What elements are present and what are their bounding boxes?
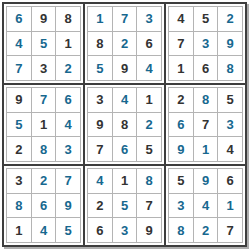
cell-r7c4[interactable]: 4 [88,169,112,193]
cell-r5c7[interactable]: 6 [169,113,193,137]
cell-r9c3[interactable]: 5 [56,218,80,242]
cell-r2c6[interactable]: 6 [137,32,161,56]
cell-r6c6[interactable]: 5 [137,137,161,161]
cell-r1c1[interactable]: 6 [7,7,31,31]
cell-r5c8[interactable]: 7 [194,113,218,137]
cell-r6c9[interactable]: 4 [218,137,242,161]
cell-r8c6[interactable]: 7 [137,194,161,218]
cell-r5c2[interactable]: 1 [32,113,56,137]
box-grid: 452739168 [168,6,243,81]
cell-r6c7[interactable]: 9 [169,137,193,161]
cell-r7c8[interactable]: 9 [194,169,218,193]
cell-r1c3[interactable]: 8 [56,7,80,31]
cell-r7c1[interactable]: 3 [7,169,31,193]
cell-r4c4[interactable]: 3 [88,88,112,112]
cell-r1c5[interactable]: 7 [113,7,137,31]
cell-r2c4[interactable]: 8 [88,32,112,56]
cell-r5c9[interactable]: 3 [218,113,242,137]
cell-r2c2[interactable]: 5 [32,32,56,56]
cell-r8c7[interactable]: 3 [169,194,193,218]
cell-r7c2[interactable]: 2 [32,169,56,193]
cell-r8c1[interactable]: 8 [7,194,31,218]
cell-r9c7[interactable]: 8 [169,218,193,242]
cell-r8c5[interactable]: 5 [113,194,137,218]
cell-r3c2[interactable]: 3 [32,56,56,80]
cell-r1c6[interactable]: 3 [137,7,161,31]
cell-r7c7[interactable]: 5 [169,169,193,193]
box-5: 341982765 [84,84,165,165]
box-grid: 285673914 [168,87,243,162]
cell-r3c8[interactable]: 6 [194,56,218,80]
box-grid: 698451732 [6,6,81,81]
cell-r2c8[interactable]: 3 [194,32,218,56]
cell-r5c5[interactable]: 8 [113,113,137,137]
box-6: 285673914 [165,84,246,165]
cell-r3c9[interactable]: 8 [218,56,242,80]
box-4: 976514283 [3,84,84,165]
cell-r2c3[interactable]: 1 [56,32,80,56]
cell-r1c8[interactable]: 5 [194,7,218,31]
cell-r7c5[interactable]: 1 [113,169,137,193]
box-grid: 173826594 [87,6,162,81]
cell-r6c1[interactable]: 2 [7,137,31,161]
box-grid: 976514283 [6,87,81,162]
cell-r9c5[interactable]: 3 [113,218,137,242]
cell-r9c1[interactable]: 1 [7,218,31,242]
cell-r5c1[interactable]: 5 [7,113,31,137]
cell-r6c3[interactable]: 3 [56,137,80,161]
cell-r4c3[interactable]: 6 [56,88,80,112]
cell-r2c5[interactable]: 2 [113,32,137,56]
cell-r4c2[interactable]: 7 [32,88,56,112]
cell-r4c6[interactable]: 1 [137,88,161,112]
cell-r5c4[interactable]: 9 [88,113,112,137]
box-grid: 327869145 [6,168,81,243]
cell-r6c4[interactable]: 7 [88,137,112,161]
cell-r4c8[interactable]: 8 [194,88,218,112]
cell-r5c3[interactable]: 4 [56,113,80,137]
cell-r3c3[interactable]: 2 [56,56,80,80]
cell-r1c4[interactable]: 1 [88,7,112,31]
cell-r6c8[interactable]: 1 [194,137,218,161]
cell-r1c2[interactable]: 9 [32,7,56,31]
sudoku-board: 6984517321738265944527391689765142833419… [2,2,247,247]
cell-r8c9[interactable]: 1 [218,194,242,218]
box-9: 596341827 [165,165,246,246]
cell-r7c9[interactable]: 6 [218,169,242,193]
cell-r6c2[interactable]: 8 [32,137,56,161]
cell-r3c5[interactable]: 9 [113,56,137,80]
cell-r9c9[interactable]: 7 [218,218,242,242]
cell-r9c2[interactable]: 4 [32,218,56,242]
cell-r8c3[interactable]: 9 [56,194,80,218]
cell-r6c5[interactable]: 6 [113,137,137,161]
box-7: 327869145 [3,165,84,246]
cell-r4c1[interactable]: 9 [7,88,31,112]
cell-r3c1[interactable]: 7 [7,56,31,80]
cell-r8c8[interactable]: 4 [194,194,218,218]
cell-r1c9[interactable]: 2 [218,7,242,31]
cell-r9c4[interactable]: 6 [88,218,112,242]
cell-r8c4[interactable]: 2 [88,194,112,218]
box-1: 698451732 [3,3,84,84]
cell-r9c8[interactable]: 2 [194,218,218,242]
box-grid: 596341827 [168,168,243,243]
cell-r4c9[interactable]: 5 [218,88,242,112]
box-3: 452739168 [165,3,246,84]
cell-r1c7[interactable]: 4 [169,7,193,31]
box-grid: 418257639 [87,168,162,243]
cell-r4c7[interactable]: 2 [169,88,193,112]
cell-r9c6[interactable]: 9 [137,218,161,242]
cell-r5c6[interactable]: 2 [137,113,161,137]
cell-r8c2[interactable]: 6 [32,194,56,218]
box-8: 418257639 [84,165,165,246]
cell-r3c4[interactable]: 5 [88,56,112,80]
cell-r3c7[interactable]: 1 [169,56,193,80]
cell-r2c7[interactable]: 7 [169,32,193,56]
cell-r2c1[interactable]: 4 [7,32,31,56]
cell-r7c3[interactable]: 7 [56,169,80,193]
box-2: 173826594 [84,3,165,84]
cell-r2c9[interactable]: 9 [218,32,242,56]
box-grid: 341982765 [87,87,162,162]
cell-r3c6[interactable]: 4 [137,56,161,80]
cell-r4c5[interactable]: 4 [113,88,137,112]
cell-r7c6[interactable]: 8 [137,169,161,193]
